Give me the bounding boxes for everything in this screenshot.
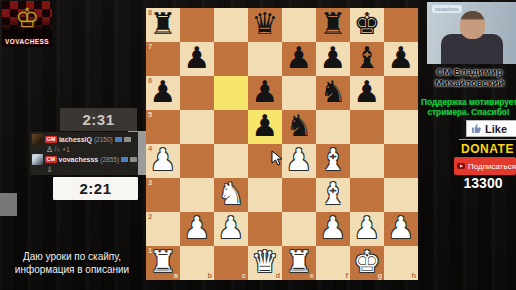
piece-black-rook: ♜ <box>150 9 177 39</box>
player-rating: (2150) <box>94 136 113 143</box>
piece-white-queen: ♛ <box>252 247 279 277</box>
rank-label: 5 <box>148 111 152 119</box>
square-a3[interactable]: 3 <box>146 178 180 212</box>
piece-white-king: ♚ <box>354 247 381 277</box>
subscribe-button[interactable]: Подписаться <box>454 157 516 175</box>
captured-pieces-white: ♝ <box>30 166 138 174</box>
file-label: a <box>174 272 178 280</box>
captured-glyphs: ♝ <box>46 166 53 174</box>
rank-label: 7 <box>148 43 152 51</box>
player-name[interactable]: lachessiQ <box>59 136 92 143</box>
piece-white-pawn: ♟ <box>388 213 415 243</box>
piece-black-pawn: ♟ <box>320 43 347 73</box>
piece-white-pawn: ♟ <box>354 213 381 243</box>
square-f6[interactable]: ♞ <box>316 76 350 110</box>
square-c2[interactable]: ♟ <box>214 212 248 246</box>
piece-black-pawn: ♟ <box>150 77 177 107</box>
avatar <box>32 154 43 165</box>
square-a8[interactable]: 8♜ <box>146 8 180 42</box>
support-line2: стримера. Спасибо! <box>421 107 516 117</box>
piece-black-pawn: ♟ <box>388 43 415 73</box>
square-h4[interactable] <box>384 144 418 178</box>
square-c1[interactable]: c <box>214 246 248 280</box>
square-g8[interactable]: ♚ <box>350 8 384 42</box>
square-d8[interactable]: ♛ <box>248 8 282 42</box>
square-b8[interactable] <box>180 8 214 42</box>
streamer-head <box>460 11 485 39</box>
rank-label: 6 <box>148 77 152 85</box>
piece-black-pawn: ♟ <box>184 43 211 73</box>
piece-white-knight: ♞ <box>218 179 245 209</box>
square-e6[interactable] <box>282 76 316 110</box>
player-row-black[interactable]: GM lachessiQ (2150) <box>30 133 138 146</box>
webcam-watermark: vovachess <box>432 5 462 13</box>
square-e3[interactable] <box>282 178 316 212</box>
like-label: Like <box>485 123 507 135</box>
membership-icon <box>130 157 137 162</box>
rank-label: 4 <box>148 145 152 153</box>
flag-icon <box>121 157 128 162</box>
square-f3[interactable]: ♝ <box>316 178 350 212</box>
square-h8[interactable] <box>384 8 418 42</box>
square-d2[interactable] <box>248 212 282 246</box>
lesson-info-line2: информация в описании <box>4 263 140 276</box>
title-badge: GM <box>45 136 57 143</box>
square-a1[interactable]: 1a♜ <box>146 246 180 280</box>
donate-button[interactable]: DONATE <box>459 139 516 157</box>
flag-icon <box>115 137 122 142</box>
square-g1[interactable]: g♚ <box>350 246 384 280</box>
piece-black-pawn: ♟ <box>286 43 313 73</box>
square-e8[interactable] <box>282 8 316 42</box>
square-h3[interactable] <box>384 178 418 212</box>
black-clock: 2:31 <box>60 108 137 131</box>
square-c3[interactable]: ♞ <box>214 178 248 212</box>
chess-board[interactable]: 8♜♛♜♚7♟♟♟♝♟6♟♟♞♟5♟♞4♟♟♝3♞♝2♟♟♟♟♟1a♜bcd♛e… <box>146 8 418 280</box>
square-c4[interactable] <box>214 144 248 178</box>
piece-white-pawn: ♟ <box>286 145 313 175</box>
rank-label: 1 <box>148 247 152 255</box>
square-e1[interactable]: e♜ <box>282 246 316 280</box>
square-f8[interactable]: ♜ <box>316 8 350 42</box>
channel-logo: ♔ VOVACHESS <box>2 1 52 47</box>
square-a2[interactable]: 2 <box>146 212 180 246</box>
square-f5[interactable] <box>316 110 350 144</box>
piece-white-rook: ♜ <box>286 247 313 277</box>
square-g3[interactable] <box>350 178 384 212</box>
square-f7[interactable]: ♟ <box>316 42 350 76</box>
square-e7[interactable]: ♟ <box>282 42 316 76</box>
square-f2[interactable]: ♟ <box>316 212 350 246</box>
window-artifact <box>0 193 17 216</box>
square-d7[interactable] <box>248 42 282 76</box>
logo-title: VOVACHESS <box>2 38 52 45</box>
square-a6[interactable]: 6♟ <box>146 76 180 110</box>
player-name[interactable]: vovachesss <box>59 156 99 163</box>
square-h1[interactable]: h <box>384 246 418 280</box>
piece-white-bishop: ♝ <box>320 145 347 175</box>
square-f1[interactable]: f <box>316 246 350 280</box>
square-e2[interactable] <box>282 212 316 246</box>
square-d5[interactable]: ♟ <box>248 110 282 144</box>
piece-white-rook: ♜ <box>150 247 177 277</box>
square-c8[interactable] <box>214 8 248 42</box>
piece-black-queen: ♛ <box>252 9 279 39</box>
square-c5[interactable] <box>214 110 248 144</box>
rank-label: 2 <box>148 213 152 221</box>
support-message: Поддержка мотивирует стримера. Спасибо! <box>421 97 516 117</box>
mouse-cursor <box>271 150 283 166</box>
player-rating: (2855) <box>100 156 119 163</box>
square-g5[interactable] <box>350 110 384 144</box>
square-c7[interactable] <box>214 42 248 76</box>
file-label: g <box>377 272 382 280</box>
file-label: b <box>207 272 212 280</box>
square-g4[interactable] <box>350 144 384 178</box>
streamer-name: СМ Владимир Михайловский <box>423 66 516 88</box>
captured-glyphs: ♙♘ <box>46 146 60 154</box>
square-h6[interactable] <box>384 76 418 110</box>
like-button[interactable]: Like <box>466 120 516 137</box>
square-g6[interactable]: ♟ <box>350 76 384 110</box>
square-a4[interactable]: 4♟ <box>146 144 180 178</box>
donate-label: DONATE <box>461 142 514 156</box>
square-e4[interactable]: ♟ <box>282 144 316 178</box>
membership-icon <box>124 137 131 142</box>
captured-pieces-black: ♙♘ +1 <box>30 146 138 154</box>
piece-black-pawn: ♟ <box>354 77 381 107</box>
square-f4[interactable]: ♝ <box>316 144 350 178</box>
piece-white-pawn: ♟ <box>320 213 347 243</box>
piece-black-king: ♚ <box>354 9 381 39</box>
lesson-info-line1: Даю уроки по скайпу, <box>4 250 140 263</box>
piece-black-pawn: ♟ <box>252 111 279 141</box>
subscriber-count: 13300 <box>452 175 514 191</box>
square-a7[interactable]: 7 <box>146 42 180 76</box>
rank-label: 3 <box>148 179 152 187</box>
square-b4[interactable] <box>180 144 214 178</box>
square-e5[interactable]: ♞ <box>282 110 316 144</box>
logo-king-icon: ♔ <box>2 2 52 34</box>
material-advantage: +1 <box>62 146 69 153</box>
square-h5[interactable] <box>384 110 418 144</box>
square-g7[interactable]: ♝ <box>350 42 384 76</box>
piece-black-rook: ♜ <box>320 9 347 39</box>
piece-white-pawn: ♟ <box>150 145 177 175</box>
piece-white-pawn: ♟ <box>184 213 211 243</box>
title-badge: CM <box>45 156 57 163</box>
streamer-name-line2: Михайловский <box>423 77 516 88</box>
piece-white-pawn: ♟ <box>218 213 245 243</box>
square-b6[interactable] <box>180 76 214 110</box>
square-b2[interactable]: ♟ <box>180 212 214 246</box>
lesson-info: Даю уроки по скайпу, информация в описан… <box>4 250 140 276</box>
players-panel: GM lachessiQ (2150) ♙♘ +1 CM vovachesss … <box>30 132 138 175</box>
square-h7[interactable]: ♟ <box>384 42 418 76</box>
square-b7[interactable]: ♟ <box>180 42 214 76</box>
piece-white-bishop: ♝ <box>320 179 347 209</box>
piece-black-knight: ♞ <box>320 77 347 107</box>
support-line1: Поддержка мотивирует <box>421 97 516 107</box>
avatar <box>32 134 43 145</box>
square-c6[interactable] <box>214 76 248 110</box>
square-d6[interactable]: ♟ <box>248 76 282 110</box>
rank-label: 8 <box>148 9 152 17</box>
square-a5[interactable]: 5 <box>146 110 180 144</box>
file-label: e <box>310 272 314 280</box>
square-b3[interactable] <box>180 178 214 212</box>
white-clock: 2:21 <box>53 177 138 200</box>
square-d3[interactable] <box>248 178 282 212</box>
subscribe-label: Подписаться <box>468 162 516 171</box>
square-g2[interactable]: ♟ <box>350 212 384 246</box>
file-label: h <box>411 272 416 280</box>
file-label: c <box>242 272 246 280</box>
file-label: f <box>346 272 349 280</box>
thumb-up-icon <box>471 123 482 134</box>
webcam-feed: vovachess <box>427 2 516 64</box>
piece-black-pawn: ♟ <box>252 77 279 107</box>
square-d1[interactable]: d♛ <box>248 246 282 280</box>
file-label: d <box>275 272 280 280</box>
square-b1[interactable]: b <box>180 246 214 280</box>
square-b5[interactable] <box>180 110 214 144</box>
piece-black-knight: ♞ <box>286 111 313 141</box>
stream-overlay: ♔ VOVACHESS 2:31 GM lachessiQ (2150) ♙♘ … <box>0 0 516 290</box>
piece-black-bishop: ♝ <box>354 43 381 73</box>
streamer-name-line1: СМ Владимир <box>423 66 516 77</box>
youtube-icon <box>457 161 465 171</box>
square-h2[interactable]: ♟ <box>384 212 418 246</box>
